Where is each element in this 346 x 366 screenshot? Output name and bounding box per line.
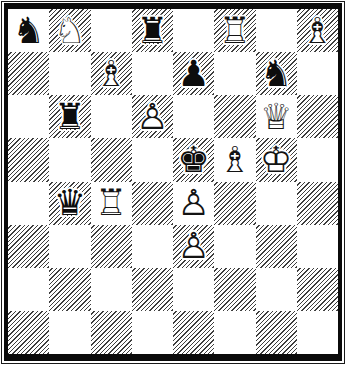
square-c2[interactable]: [91, 268, 132, 311]
square-g5[interactable]: ♚♔: [256, 138, 297, 181]
square-d1[interactable]: [132, 311, 173, 354]
square-e4[interactable]: ♟♙: [173, 182, 214, 225]
square-a8[interactable]: ♞: [8, 9, 49, 52]
square-a1[interactable]: [8, 311, 49, 354]
square-e6[interactable]: [173, 95, 214, 138]
square-e2[interactable]: [173, 268, 214, 311]
square-g7[interactable]: ♞: [256, 52, 297, 95]
square-a4[interactable]: [8, 182, 49, 225]
square-c4[interactable]: ♜♖: [91, 182, 132, 225]
piece-white-pawn: ♟♙: [132, 95, 173, 138]
piece-black-rook: ♜: [49, 95, 90, 138]
square-h7[interactable]: [297, 52, 338, 95]
square-e5[interactable]: ♚: [173, 138, 214, 181]
white-king-icon: ♔: [260, 142, 292, 178]
piece-white-pawn: ♟♙: [173, 182, 214, 225]
white-bishop-icon: ♗: [219, 142, 251, 178]
piece-white-pawn: ♟♙: [173, 225, 214, 268]
square-b8[interactable]: ♞♘: [49, 9, 90, 52]
square-d8[interactable]: ♜: [132, 9, 173, 52]
piece-black-queen: ♛: [49, 182, 90, 225]
white-pawn-icon: ♙: [177, 228, 209, 264]
square-g1[interactable]: [256, 311, 297, 354]
square-h1[interactable]: [297, 311, 338, 354]
square-d3[interactable]: [132, 225, 173, 268]
square-f3[interactable]: [214, 225, 255, 268]
black-queen-icon: ♛: [54, 185, 86, 221]
square-f6[interactable]: [214, 95, 255, 138]
square-e7[interactable]: ♟: [173, 52, 214, 95]
black-king-icon: ♚: [177, 142, 209, 178]
piece-white-queen: ♛♕: [256, 95, 297, 138]
square-f5[interactable]: ♝♗: [214, 138, 255, 181]
square-d5[interactable]: [132, 138, 173, 181]
square-f4[interactable]: [214, 182, 255, 225]
white-bishop-icon: ♗: [301, 13, 333, 49]
white-queen-icon: ♕: [260, 99, 292, 135]
chess-diagram-scan: ♞♞♘♜♜♖♝♗♝♗♟♞♜♟♙♛♕♚♝♗♚♔♛♜♖♟♙♟♙: [0, 0, 346, 366]
black-knight-icon: ♞: [260, 56, 292, 92]
square-a5[interactable]: [8, 138, 49, 181]
square-b7[interactable]: [49, 52, 90, 95]
square-c6[interactable]: [91, 95, 132, 138]
square-f8[interactable]: ♜♖: [214, 9, 255, 52]
square-a3[interactable]: [8, 225, 49, 268]
white-bishop-icon: ♗: [95, 56, 127, 92]
square-h2[interactable]: [297, 268, 338, 311]
square-f2[interactable]: [214, 268, 255, 311]
square-c5[interactable]: [91, 138, 132, 181]
piece-white-bishop: ♝♗: [214, 138, 255, 181]
black-pawn-icon: ♟: [177, 56, 209, 92]
white-pawn-icon: ♙: [177, 185, 209, 221]
square-d6[interactable]: ♟♙: [132, 95, 173, 138]
piece-black-king: ♚: [173, 138, 214, 181]
square-c3[interactable]: [91, 225, 132, 268]
square-h8[interactable]: ♝♗: [297, 9, 338, 52]
square-h4[interactable]: [297, 182, 338, 225]
square-b3[interactable]: [49, 225, 90, 268]
square-f7[interactable]: [214, 52, 255, 95]
square-d2[interactable]: [132, 268, 173, 311]
square-d7[interactable]: [132, 52, 173, 95]
square-g2[interactable]: [256, 268, 297, 311]
piece-white-bishop: ♝♗: [297, 9, 338, 52]
square-a6[interactable]: [8, 95, 49, 138]
piece-black-pawn: ♟: [173, 52, 214, 95]
piece-white-bishop: ♝♗: [91, 52, 132, 95]
square-e1[interactable]: [173, 311, 214, 354]
square-e8[interactable]: [173, 9, 214, 52]
piece-white-rook: ♜♖: [214, 9, 255, 52]
square-f1[interactable]: [214, 311, 255, 354]
square-d4[interactable]: [132, 182, 173, 225]
square-a7[interactable]: [8, 52, 49, 95]
square-e3[interactable]: ♟♙: [173, 225, 214, 268]
square-a2[interactable]: [8, 268, 49, 311]
square-b5[interactable]: [49, 138, 90, 181]
black-rook-icon: ♜: [54, 99, 86, 135]
white-rook-icon: ♖: [95, 185, 127, 221]
square-b2[interactable]: [49, 268, 90, 311]
piece-white-rook: ♜♖: [91, 182, 132, 225]
piece-black-rook: ♜: [132, 9, 173, 52]
square-h6[interactable]: [297, 95, 338, 138]
square-b6[interactable]: ♜: [49, 95, 90, 138]
square-c7[interactable]: ♝♗: [91, 52, 132, 95]
chess-board: ♞♞♘♜♜♖♝♗♝♗♟♞♜♟♙♛♕♚♝♗♚♔♛♜♖♟♙♟♙: [8, 9, 338, 354]
square-h3[interactable]: [297, 225, 338, 268]
board-frame: ♞♞♘♜♜♖♝♗♝♗♟♞♜♟♙♛♕♚♝♗♚♔♛♜♖♟♙♟♙: [4, 3, 342, 361]
white-knight-icon: ♘: [54, 13, 86, 49]
white-pawn-icon: ♙: [136, 99, 168, 135]
square-g3[interactable]: [256, 225, 297, 268]
square-c8[interactable]: [91, 9, 132, 52]
square-b4[interactable]: ♛: [49, 182, 90, 225]
square-c1[interactable]: [91, 311, 132, 354]
square-b1[interactable]: [49, 311, 90, 354]
black-knight-icon: ♞: [12, 13, 44, 49]
piece-white-king: ♚♔: [256, 138, 297, 181]
piece-black-knight: ♞: [8, 9, 49, 52]
square-g4[interactable]: [256, 182, 297, 225]
white-rook-icon: ♖: [219, 13, 251, 49]
square-g8[interactable]: [256, 9, 297, 52]
piece-black-knight: ♞: [256, 52, 297, 95]
piece-white-knight: ♞♘: [49, 9, 90, 52]
square-h5[interactable]: [297, 138, 338, 181]
black-rook-icon: ♜: [136, 13, 168, 49]
square-g6[interactable]: ♛♕: [256, 95, 297, 138]
